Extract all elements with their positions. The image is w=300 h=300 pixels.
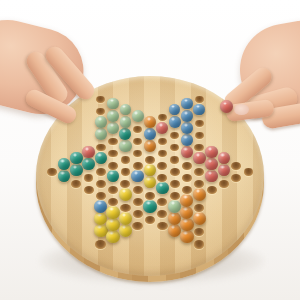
hole[interactable]	[96, 144, 106, 151]
marble-blue[interactable]	[181, 134, 193, 146]
hole[interactable]	[182, 186, 192, 194]
hole[interactable]	[95, 240, 106, 248]
marble-coral-red[interactable]	[193, 152, 206, 165]
held-marble-red[interactable]	[220, 100, 233, 113]
marble-yellow[interactable]	[144, 176, 157, 189]
marble-coral-red[interactable]	[205, 158, 218, 171]
marble-orange[interactable]	[180, 206, 193, 219]
hole[interactable]	[170, 156, 180, 163]
hole[interactable]	[108, 162, 118, 169]
hole[interactable]	[108, 138, 118, 145]
marble-blue[interactable]	[181, 110, 193, 122]
hole[interactable]	[194, 168, 204, 176]
hole[interactable]	[182, 174, 192, 182]
marble-coral-red[interactable]	[181, 146, 193, 158]
hole[interactable]	[120, 204, 130, 212]
marble-teal-green[interactable]	[70, 152, 83, 165]
hole[interactable]	[194, 180, 204, 188]
marble-coral-red[interactable]	[156, 122, 168, 134]
marble-orange[interactable]	[193, 188, 206, 201]
hole[interactable]	[96, 108, 105, 115]
right-thumbnail	[234, 104, 249, 115]
marble-light-green[interactable]	[95, 116, 107, 128]
marble-blue[interactable]	[94, 200, 107, 213]
hole[interactable]	[133, 138, 143, 145]
hole[interactable]	[219, 180, 229, 188]
marble-orange[interactable]	[193, 212, 206, 225]
hole[interactable]	[133, 186, 143, 194]
hole[interactable]	[158, 150, 168, 157]
hole[interactable]	[120, 180, 130, 188]
hole[interactable]	[133, 210, 143, 218]
marble-teal-green[interactable]	[156, 182, 169, 195]
marble-yellow[interactable]	[106, 206, 119, 219]
hole[interactable]	[195, 96, 204, 103]
marble-yellow[interactable]	[106, 218, 120, 232]
marble-coral-red[interactable]	[205, 146, 217, 158]
hole[interactable]	[96, 192, 106, 200]
hole[interactable]	[170, 192, 180, 200]
marble-light-green[interactable]	[107, 110, 119, 122]
hole[interactable]	[145, 156, 155, 163]
marble-yellow[interactable]	[119, 188, 132, 201]
hole[interactable]	[231, 162, 241, 169]
hole[interactable]	[170, 144, 180, 151]
marble-yellow[interactable]	[106, 230, 120, 244]
hole[interactable]	[195, 120, 204, 127]
marble-orange[interactable]	[180, 230, 194, 244]
hole[interactable]	[157, 174, 167, 182]
hole[interactable]	[121, 168, 131, 176]
hole[interactable]	[96, 96, 105, 103]
hole[interactable]	[133, 162, 143, 169]
hole[interactable]	[170, 132, 179, 139]
hole[interactable]	[108, 198, 118, 206]
hole[interactable]	[207, 186, 217, 194]
hole[interactable]	[195, 132, 204, 139]
marble-blue[interactable]	[169, 116, 181, 128]
hole[interactable]	[145, 216, 155, 224]
marble-teal-green[interactable]	[70, 164, 83, 177]
hole[interactable]	[108, 186, 118, 194]
marble-yellow[interactable]	[119, 224, 133, 238]
marble-blue[interactable]	[181, 122, 193, 134]
hole[interactable]	[157, 198, 167, 206]
hole[interactable]	[158, 114, 167, 121]
marble-light-green[interactable]	[107, 122, 119, 134]
marble-yellow[interactable]	[119, 212, 132, 225]
hole[interactable]	[145, 192, 155, 200]
marble-light-green[interactable]	[107, 98, 119, 110]
marble-light-green[interactable]	[120, 116, 132, 128]
marble-coral-red[interactable]	[205, 170, 218, 183]
hole[interactable]	[157, 222, 168, 230]
hole[interactable]	[182, 162, 192, 169]
marble-blue[interactable]	[181, 98, 193, 110]
hole[interactable]	[132, 222, 143, 230]
marble-orange[interactable]	[180, 194, 193, 207]
hole[interactable]	[157, 162, 167, 169]
marble-blue[interactable]	[144, 128, 156, 140]
hole[interactable]	[96, 168, 106, 176]
hole[interactable]	[170, 168, 180, 176]
marble-teal-green[interactable]	[143, 200, 156, 213]
marble-teal-green[interactable]	[58, 170, 71, 183]
hole[interactable]	[47, 168, 57, 176]
marble-orange[interactable]	[180, 218, 194, 232]
hole[interactable]	[194, 144, 204, 151]
hole[interactable]	[244, 168, 254, 176]
hole[interactable]	[194, 204, 204, 212]
marble-blue[interactable]	[169, 104, 181, 116]
hole[interactable]	[133, 198, 143, 206]
hole[interactable]	[108, 150, 118, 157]
marble-light-green[interactable]	[95, 128, 107, 140]
marble-light-green[interactable]	[120, 104, 132, 116]
marble-teal-green[interactable]	[119, 128, 131, 140]
scene	[0, 0, 300, 300]
hole[interactable]	[84, 186, 94, 194]
marble-orange[interactable]	[144, 140, 156, 152]
marble-coral-red[interactable]	[82, 146, 94, 158]
marble-teal-green[interactable]	[107, 170, 120, 183]
marble-blue[interactable]	[193, 104, 205, 116]
hole[interactable]	[84, 174, 94, 182]
hole[interactable]	[194, 228, 205, 236]
marble-teal-green[interactable]	[82, 158, 95, 171]
hole[interactable]	[121, 156, 131, 163]
hole[interactable]	[96, 180, 106, 188]
marble-coral-red[interactable]	[218, 164, 231, 177]
marble-blue[interactable]	[131, 170, 144, 183]
hole[interactable]	[194, 240, 205, 248]
marble-orange[interactable]	[144, 116, 156, 128]
hole[interactable]	[170, 180, 180, 188]
hole[interactable]	[158, 138, 168, 145]
marble-yellow[interactable]	[144, 164, 157, 177]
marble-teal-green[interactable]	[58, 158, 71, 171]
hole[interactable]	[157, 210, 167, 218]
hole[interactable]	[133, 150, 143, 157]
marble-light-green[interactable]	[119, 140, 131, 152]
marble-light-green[interactable]	[132, 110, 144, 122]
hole[interactable]	[71, 180, 81, 188]
hole[interactable]	[133, 126, 142, 133]
hole[interactable]	[231, 174, 241, 182]
